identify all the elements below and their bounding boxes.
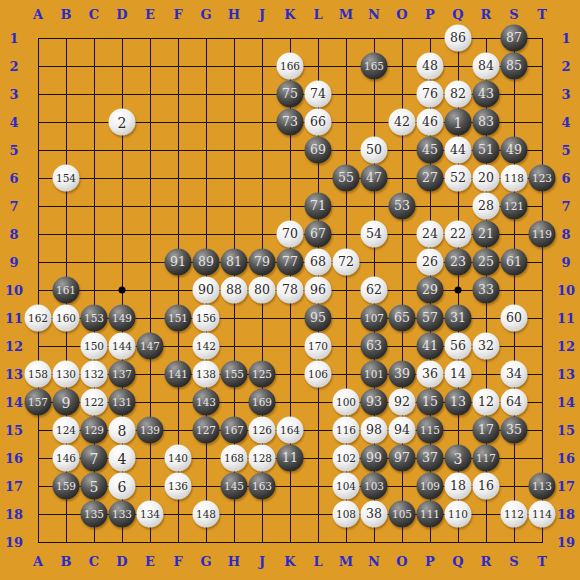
go-stone-white-L3[interactable]: 74: [305, 81, 332, 108]
go-stone-black-R16[interactable]: 117: [473, 445, 500, 472]
go-stone-black-H9[interactable]: 81: [221, 249, 248, 276]
row-label-left: 2: [9, 59, 18, 74]
column-label-bottom: N: [368, 554, 380, 569]
row-label-right: 5: [561, 143, 570, 158]
column-label-top: M: [339, 7, 353, 22]
column-label-top: K: [284, 7, 295, 22]
column-label-top: F: [173, 7, 182, 22]
row-label-left: 13: [5, 367, 23, 382]
row-label-left: 6: [9, 171, 18, 186]
go-stone-black-Q16[interactable]: 3: [445, 445, 472, 472]
go-stone-black-R4[interactable]: 83: [473, 109, 500, 136]
column-label-top: C: [89, 7, 99, 22]
go-stone-white-L10[interactable]: 96: [305, 277, 332, 304]
go-stone-white-C13[interactable]: 132: [81, 361, 108, 388]
go-stone-white-Q3[interactable]: 82: [445, 81, 472, 108]
go-stone-black-G15[interactable]: 127: [193, 417, 220, 444]
go-stone-black-L7[interactable]: 71: [305, 193, 332, 220]
go-stone-white-O15[interactable]: 94: [389, 417, 416, 444]
go-stone-black-J13[interactable]: 125: [249, 361, 276, 388]
go-stone-black-D13[interactable]: 137: [109, 361, 136, 388]
go-stone-white-M14[interactable]: 100: [333, 389, 360, 416]
go-stone-black-H15[interactable]: 167: [221, 417, 248, 444]
go-stone-white-O14[interactable]: 92: [389, 389, 416, 416]
go-stone-black-R3[interactable]: 43: [473, 81, 500, 108]
go-stone-black-D14[interactable]: 131: [109, 389, 136, 416]
go-stone-white-R14[interactable]: 12: [473, 389, 500, 416]
go-stone-black-O7[interactable]: 53: [389, 193, 416, 220]
go-stone-white-N10[interactable]: 62: [361, 277, 388, 304]
go-stone-white-N15[interactable]: 98: [361, 417, 388, 444]
go-stone-black-N2[interactable]: 165: [361, 53, 388, 80]
row-label-left: 10: [5, 283, 23, 298]
row-label-left: 18: [5, 507, 23, 522]
go-stone-white-P9[interactable]: 26: [417, 249, 444, 276]
row-label-left: 4: [9, 115, 18, 130]
go-stone-white-G11[interactable]: 156: [193, 305, 220, 332]
go-stone-black-S2[interactable]: 85: [501, 53, 528, 80]
go-stone-white-B11[interactable]: 160: [53, 305, 80, 332]
column-label-top: N: [368, 7, 380, 22]
go-stone-black-S1[interactable]: 87: [501, 25, 528, 52]
go-stone-black-L8[interactable]: 67: [305, 221, 332, 248]
go-board-diagram: AABBCCDDEEFFGGHHJJKKLLMMNNOOPPQQRRSSTT11…: [0, 0, 580, 580]
go-stone-white-Q17[interactable]: 18: [445, 473, 472, 500]
go-stone-black-J17[interactable]: 163: [249, 473, 276, 500]
go-stone-black-G9[interactable]: 89: [193, 249, 220, 276]
go-stone-white-K8[interactable]: 70: [277, 221, 304, 248]
go-stone-black-R8[interactable]: 21: [473, 221, 500, 248]
row-label-left: 12: [5, 339, 23, 354]
go-stone-black-G14[interactable]: 143: [193, 389, 220, 416]
row-label-right: 2: [561, 59, 570, 74]
grid-line: [38, 542, 543, 543]
column-label-bottom: F: [173, 554, 182, 569]
column-label-bottom: C: [89, 554, 99, 569]
go-stone-white-G18[interactable]: 148: [193, 501, 220, 528]
go-stone-white-G13[interactable]: 138: [193, 361, 220, 388]
row-label-right: 1: [561, 31, 570, 46]
go-stone-white-P13[interactable]: 36: [417, 361, 444, 388]
grid-line: [514, 38, 515, 543]
row-label-right: 7: [561, 199, 570, 214]
row-label-left: 8: [9, 227, 18, 242]
go-stone-white-B13[interactable]: 130: [53, 361, 80, 388]
go-stone-black-H13[interactable]: 155: [221, 361, 248, 388]
go-stone-white-M15[interactable]: 116: [333, 417, 360, 444]
go-stone-white-H16[interactable]: 168: [221, 445, 248, 472]
go-stone-white-B15[interactable]: 124: [53, 417, 80, 444]
go-stone-black-N11[interactable]: 107: [361, 305, 388, 332]
go-stone-black-C11[interactable]: 153: [81, 305, 108, 332]
column-label-bottom: T: [537, 554, 547, 569]
column-label-bottom: K: [284, 554, 295, 569]
go-stone-black-O18[interactable]: 105: [389, 501, 416, 528]
column-label-bottom: P: [425, 554, 435, 569]
column-label-top: D: [116, 7, 127, 22]
row-label-right: 15: [557, 423, 575, 438]
go-stone-white-M17[interactable]: 104: [333, 473, 360, 500]
go-stone-white-Q13[interactable]: 14: [445, 361, 472, 388]
row-label-right: 10: [557, 283, 575, 298]
go-stone-white-S13[interactable]: 34: [501, 361, 528, 388]
row-label-left: 9: [9, 255, 18, 270]
row-label-left: 3: [9, 87, 18, 102]
go-stone-black-D18[interactable]: 133: [109, 501, 136, 528]
go-stone-black-S5[interactable]: 49: [501, 137, 528, 164]
column-label-bottom: E: [145, 554, 155, 569]
go-stone-white-R7[interactable]: 28: [473, 193, 500, 220]
go-stone-white-N8[interactable]: 54: [361, 221, 388, 248]
go-stone-black-Q14[interactable]: 13: [445, 389, 472, 416]
go-stone-black-R10[interactable]: 33: [473, 277, 500, 304]
column-label-top: S: [509, 7, 518, 22]
go-stone-white-E18[interactable]: 134: [137, 501, 164, 528]
go-stone-black-S7[interactable]: 121: [501, 193, 528, 220]
column-label-bottom: O: [396, 554, 407, 569]
row-label-right: 9: [561, 255, 570, 270]
go-stone-black-P18[interactable]: 111: [417, 501, 444, 528]
go-stone-black-N16[interactable]: 99: [361, 445, 388, 472]
column-label-bottom: B: [61, 554, 72, 569]
row-label-right: 19: [557, 535, 575, 550]
go-stone-white-K10[interactable]: 78: [277, 277, 304, 304]
go-stone-black-C18[interactable]: 135: [81, 501, 108, 528]
column-label-bottom: M: [339, 554, 353, 569]
go-stone-black-C17[interactable]: 5: [81, 473, 108, 500]
go-stone-white-H10[interactable]: 88: [221, 277, 248, 304]
go-stone-black-P5[interactable]: 45: [417, 137, 444, 164]
column-label-bottom: H: [228, 554, 240, 569]
column-label-top: B: [61, 7, 72, 22]
row-label-left: 7: [9, 199, 18, 214]
go-stone-white-J16[interactable]: 128: [249, 445, 276, 472]
go-stone-black-P12[interactable]: 41: [417, 333, 444, 360]
go-stone-black-D11[interactable]: 149: [109, 305, 136, 332]
go-stone-white-B6[interactable]: 154: [53, 165, 80, 192]
go-stone-black-P14[interactable]: 15: [417, 389, 444, 416]
go-stone-white-Q12[interactable]: 56: [445, 333, 472, 360]
column-label-bottom: S: [509, 554, 518, 569]
go-stone-white-C12[interactable]: 150: [81, 333, 108, 360]
row-label-left: 5: [9, 143, 18, 158]
column-label-bottom: D: [116, 554, 127, 569]
column-label-bottom: A: [33, 554, 43, 569]
go-stone-black-L5[interactable]: 69: [305, 137, 332, 164]
go-stone-white-R6[interactable]: 20: [473, 165, 500, 192]
go-stone-black-M6[interactable]: 55: [333, 165, 360, 192]
row-label-left: 16: [5, 451, 23, 466]
go-stone-white-A13[interactable]: 158: [25, 361, 52, 388]
column-label-top: A: [33, 7, 43, 22]
go-stone-black-T17[interactable]: 113: [529, 473, 556, 500]
go-stone-white-Q5[interactable]: 44: [445, 137, 472, 164]
go-stone-black-O13[interactable]: 39: [389, 361, 416, 388]
column-label-bottom: Q: [452, 554, 463, 569]
go-stone-black-T8[interactable]: 119: [529, 221, 556, 248]
go-stone-black-Q9[interactable]: 23: [445, 249, 472, 276]
go-stone-black-R15[interactable]: 17: [473, 417, 500, 444]
column-label-top: E: [145, 7, 155, 22]
column-label-bottom: L: [313, 554, 322, 569]
column-label-top: R: [481, 7, 492, 22]
row-label-right: 6: [561, 171, 570, 186]
row-label-right: 4: [561, 115, 570, 130]
go-stone-black-P11[interactable]: 57: [417, 305, 444, 332]
go-stone-white-P2[interactable]: 48: [417, 53, 444, 80]
go-stone-black-P15[interactable]: 115: [417, 417, 444, 444]
go-stone-white-B16[interactable]: 146: [53, 445, 80, 472]
go-stone-white-L4[interactable]: 66: [305, 109, 332, 136]
go-stone-white-O4[interactable]: 42: [389, 109, 416, 136]
row-label-right: 13: [557, 367, 575, 382]
go-stone-black-R9[interactable]: 25: [473, 249, 500, 276]
column-label-bottom: J: [259, 554, 265, 569]
go-stone-black-C16[interactable]: 7: [81, 445, 108, 472]
go-stone-white-J15[interactable]: 126: [249, 417, 276, 444]
go-stone-white-Q6[interactable]: 52: [445, 165, 472, 192]
go-stone-black-B10[interactable]: 161: [53, 277, 80, 304]
row-label-left: 17: [5, 479, 23, 494]
go-stone-black-T6[interactable]: 123: [529, 165, 556, 192]
go-stone-white-K15[interactable]: 164: [277, 417, 304, 444]
go-stone-black-B17[interactable]: 159: [53, 473, 80, 500]
go-stone-white-S18[interactable]: 112: [501, 501, 528, 528]
go-stone-white-S14[interactable]: 64: [501, 389, 528, 416]
column-label-top: O: [396, 7, 407, 22]
column-label-top: L: [313, 7, 322, 22]
go-stone-white-D16[interactable]: 4: [109, 445, 136, 472]
go-stone-black-S15[interactable]: 35: [501, 417, 528, 444]
go-stone-black-P10[interactable]: 29: [417, 277, 444, 304]
row-label-right: 8: [561, 227, 570, 242]
go-stone-white-D17[interactable]: 6: [109, 473, 136, 500]
go-stone-black-J9[interactable]: 79: [249, 249, 276, 276]
go-stone-white-L13[interactable]: 106: [305, 361, 332, 388]
go-stone-white-D12[interactable]: 144: [109, 333, 136, 360]
go-stone-white-P8[interactable]: 24: [417, 221, 444, 248]
row-label-left: 11: [5, 311, 23, 326]
go-stone-white-R17[interactable]: 16: [473, 473, 500, 500]
row-label-left: 19: [5, 535, 23, 550]
column-label-top: J: [259, 7, 265, 22]
row-label-left: 1: [9, 31, 18, 46]
go-stone-black-O16[interactable]: 97: [389, 445, 416, 472]
go-stone-white-J10[interactable]: 80: [249, 277, 276, 304]
row-label-right: 17: [557, 479, 575, 494]
go-stone-black-P17[interactable]: 109: [417, 473, 444, 500]
go-stone-white-R12[interactable]: 32: [473, 333, 500, 360]
go-stone-black-J14[interactable]: 169: [249, 389, 276, 416]
go-stone-white-M16[interactable]: 102: [333, 445, 360, 472]
row-label-right: 11: [557, 311, 575, 326]
row-label-right: 3: [561, 87, 570, 102]
go-stone-white-M18[interactable]: 108: [333, 501, 360, 528]
row-label-right: 14: [557, 395, 575, 410]
go-stone-black-P6[interactable]: 27: [417, 165, 444, 192]
go-stone-black-Q11[interactable]: 31: [445, 305, 472, 332]
go-stone-black-E12[interactable]: 147: [137, 333, 164, 360]
go-stone-white-P3[interactable]: 76: [417, 81, 444, 108]
go-stone-black-K16[interactable]: 11: [277, 445, 304, 472]
go-stone-white-Q8[interactable]: 22: [445, 221, 472, 248]
row-label-left: 15: [5, 423, 23, 438]
go-stone-black-N17[interactable]: 103: [361, 473, 388, 500]
go-stone-white-A11[interactable]: 162: [25, 305, 52, 332]
go-stone-black-S9[interactable]: 61: [501, 249, 528, 276]
row-label-right: 18: [557, 507, 575, 522]
go-stone-black-P16[interactable]: 37: [417, 445, 444, 472]
row-label-left: 14: [5, 395, 23, 410]
go-stone-black-H17[interactable]: 145: [221, 473, 248, 500]
go-stone-white-F17[interactable]: 136: [165, 473, 192, 500]
column-label-top: Q: [452, 7, 463, 22]
go-stone-white-L12[interactable]: 170: [305, 333, 332, 360]
column-label-top: G: [200, 7, 211, 22]
grid-line: [542, 38, 543, 543]
go-stone-black-N6[interactable]: 47: [361, 165, 388, 192]
go-stone-black-B14[interactable]: 9: [53, 389, 80, 416]
go-stone-white-D15[interactable]: 8: [109, 417, 136, 444]
go-stone-black-L11[interactable]: 95: [305, 305, 332, 332]
go-stone-white-D4[interactable]: 2: [109, 109, 136, 136]
go-stone-white-G10[interactable]: 90: [193, 277, 220, 304]
go-stone-black-N13[interactable]: 101: [361, 361, 388, 388]
go-stone-black-R5[interactable]: 51: [473, 137, 500, 164]
go-stone-black-K3[interactable]: 75: [277, 81, 304, 108]
star-point-icon: [455, 287, 462, 294]
go-stone-white-P4[interactable]: 46: [417, 109, 444, 136]
go-stone-white-C14[interactable]: 122: [81, 389, 108, 416]
go-stone-white-K2[interactable]: 166: [277, 53, 304, 80]
go-stone-black-F13[interactable]: 141: [165, 361, 192, 388]
go-stone-white-G12[interactable]: 142: [193, 333, 220, 360]
go-stone-black-A14[interactable]: 157: [25, 389, 52, 416]
go-stone-black-F11[interactable]: 151: [165, 305, 192, 332]
go-stone-black-Q4[interactable]: 1: [445, 109, 472, 136]
go-stone-white-M9[interactable]: 72: [333, 249, 360, 276]
column-label-top: H: [228, 7, 240, 22]
go-stone-white-R2[interactable]: 84: [473, 53, 500, 80]
go-stone-black-K9[interactable]: 77: [277, 249, 304, 276]
go-stone-white-S11[interactable]: 60: [501, 305, 528, 332]
go-stone-white-N18[interactable]: 38: [361, 501, 388, 528]
go-stone-white-T18[interactable]: 114: [529, 501, 556, 528]
go-stone-white-Q1[interactable]: 86: [445, 25, 472, 52]
go-stone-white-L9[interactable]: 68: [305, 249, 332, 276]
row-label-right: 16: [557, 451, 575, 466]
go-stone-black-N14[interactable]: 93: [361, 389, 388, 416]
star-point-icon: [119, 287, 126, 294]
go-stone-black-F9[interactable]: 91: [165, 249, 192, 276]
go-stone-white-Q18[interactable]: 110: [445, 501, 472, 528]
go-stone-black-K4[interactable]: 73: [277, 109, 304, 136]
column-label-bottom: R: [481, 554, 492, 569]
column-label-top: P: [425, 7, 435, 22]
go-stone-black-E15[interactable]: 139: [137, 417, 164, 444]
go-stone-white-F16[interactable]: 140: [165, 445, 192, 472]
go-stone-white-N5[interactable]: 50: [361, 137, 388, 164]
row-label-right: 12: [557, 339, 575, 354]
go-stone-black-N12[interactable]: 63: [361, 333, 388, 360]
go-stone-black-C15[interactable]: 129: [81, 417, 108, 444]
column-label-top: T: [537, 7, 547, 22]
go-stone-black-O11[interactable]: 65: [389, 305, 416, 332]
go-stone-white-S6[interactable]: 118: [501, 165, 528, 192]
column-label-bottom: G: [200, 554, 211, 569]
